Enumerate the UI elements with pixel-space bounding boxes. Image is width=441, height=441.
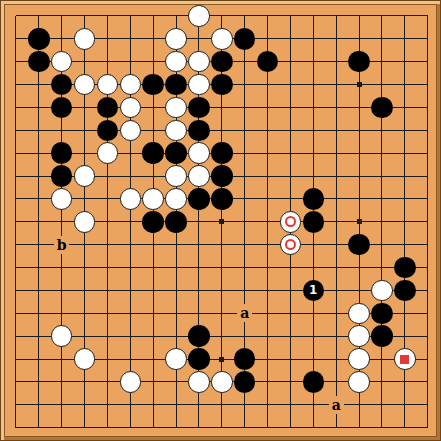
board-point[interactable] (416, 302, 439, 325)
board-point[interactable] (371, 50, 394, 73)
board-point[interactable] (27, 256, 50, 279)
board-point[interactable] (279, 393, 302, 416)
board-point[interactable] (279, 27, 302, 50)
board-point[interactable] (73, 165, 96, 188)
board-point[interactable] (5, 50, 28, 73)
board-point[interactable] (416, 279, 439, 302)
board-point[interactable] (371, 393, 394, 416)
board-point[interactable] (119, 210, 142, 233)
board-point[interactable] (96, 348, 119, 371)
board-point[interactable] (142, 348, 165, 371)
board-point[interactable] (348, 348, 371, 371)
board-point[interactable] (50, 348, 73, 371)
board-point[interactable] (393, 142, 416, 165)
board-point[interactable] (27, 279, 50, 302)
board-point[interactable] (256, 142, 279, 165)
board-point[interactable] (348, 416, 371, 439)
board-point[interactable] (119, 233, 142, 256)
board-point[interactable] (142, 73, 165, 96)
board-point[interactable] (119, 50, 142, 73)
board-point[interactable] (73, 142, 96, 165)
board-point[interactable] (233, 325, 256, 348)
board-point[interactable] (416, 256, 439, 279)
board-point[interactable] (393, 73, 416, 96)
board-point[interactable] (210, 325, 233, 348)
board-point[interactable] (5, 233, 28, 256)
board-point[interactable] (302, 371, 325, 394)
board-point[interactable] (27, 165, 50, 188)
board-point[interactable] (393, 233, 416, 256)
board-point[interactable] (50, 50, 73, 73)
board-point[interactable] (325, 279, 348, 302)
board-point[interactable] (119, 302, 142, 325)
board-point[interactable] (416, 233, 439, 256)
board-point[interactable] (142, 393, 165, 416)
board-point[interactable] (210, 96, 233, 119)
board-point[interactable] (119, 279, 142, 302)
board-point[interactable] (119, 348, 142, 371)
board-point[interactable] (325, 165, 348, 188)
board-point[interactable] (210, 188, 233, 211)
board-point[interactable] (233, 416, 256, 439)
board-point[interactable] (73, 393, 96, 416)
board-point[interactable] (348, 73, 371, 96)
board-point[interactable] (50, 371, 73, 394)
board-point[interactable] (302, 188, 325, 211)
board-point[interactable] (371, 188, 394, 211)
board-point[interactable] (302, 325, 325, 348)
board-point[interactable] (279, 50, 302, 73)
board-point[interactable] (50, 5, 73, 28)
board-point[interactable] (50, 325, 73, 348)
board-point[interactable] (233, 348, 256, 371)
board-point[interactable] (165, 302, 188, 325)
board-point[interactable] (233, 188, 256, 211)
board-point[interactable] (256, 210, 279, 233)
board-point[interactable] (96, 325, 119, 348)
board-point[interactable] (27, 96, 50, 119)
board-point[interactable] (302, 50, 325, 73)
board-point[interactable] (5, 325, 28, 348)
board-point[interactable] (27, 210, 50, 233)
board-point[interactable] (96, 233, 119, 256)
board-point[interactable] (50, 256, 73, 279)
board-point[interactable] (302, 302, 325, 325)
board-point[interactable] (256, 165, 279, 188)
board-point[interactable] (393, 256, 416, 279)
board-point[interactable] (96, 416, 119, 439)
board-point[interactable] (142, 371, 165, 394)
board-point[interactable] (393, 96, 416, 119)
board-point[interactable] (142, 233, 165, 256)
board-point[interactable] (302, 416, 325, 439)
board-point[interactable] (371, 416, 394, 439)
board-point[interactable] (325, 27, 348, 50)
board-point[interactable] (142, 416, 165, 439)
board-point[interactable] (371, 73, 394, 96)
board-point[interactable] (256, 119, 279, 142)
board-point[interactable] (73, 73, 96, 96)
board-point[interactable] (73, 233, 96, 256)
board-point[interactable] (371, 165, 394, 188)
board-point[interactable] (73, 96, 96, 119)
board-point[interactable] (96, 142, 119, 165)
board-point[interactable] (279, 119, 302, 142)
board-point[interactable] (96, 279, 119, 302)
board-point[interactable] (233, 256, 256, 279)
board-point[interactable] (27, 27, 50, 50)
board-point[interactable] (325, 233, 348, 256)
board-point[interactable] (233, 27, 256, 50)
board-point[interactable] (188, 233, 211, 256)
board-point[interactable] (210, 27, 233, 50)
board-point[interactable] (348, 188, 371, 211)
board-point[interactable] (188, 96, 211, 119)
board-point[interactable] (210, 73, 233, 96)
board-point[interactable] (73, 348, 96, 371)
board-point[interactable] (142, 27, 165, 50)
board-point[interactable] (165, 210, 188, 233)
board-point[interactable] (27, 119, 50, 142)
board-point[interactable] (165, 256, 188, 279)
board-point[interactable] (50, 119, 73, 142)
board-point[interactable] (393, 302, 416, 325)
board-point[interactable] (348, 371, 371, 394)
board-point[interactable] (165, 416, 188, 439)
board-point[interactable] (142, 50, 165, 73)
board-point[interactable] (256, 96, 279, 119)
board-point[interactable] (325, 256, 348, 279)
board-point[interactable] (119, 5, 142, 28)
board-point[interactable] (188, 119, 211, 142)
board-point[interactable] (348, 119, 371, 142)
board-point[interactable] (119, 416, 142, 439)
board-point[interactable] (302, 165, 325, 188)
board-point[interactable] (165, 5, 188, 28)
board-point[interactable] (279, 73, 302, 96)
board-point[interactable] (73, 302, 96, 325)
board-point[interactable] (210, 50, 233, 73)
board-point[interactable] (256, 393, 279, 416)
board-point[interactable] (233, 119, 256, 142)
board-point[interactable] (50, 210, 73, 233)
board-point[interactable] (371, 348, 394, 371)
board-point[interactable] (348, 393, 371, 416)
board-point[interactable] (256, 233, 279, 256)
board-point[interactable] (279, 233, 302, 256)
board-point[interactable] (96, 119, 119, 142)
board-point[interactable] (119, 371, 142, 394)
board-point[interactable] (371, 27, 394, 50)
board-point[interactable] (5, 348, 28, 371)
board-point[interactable] (50, 416, 73, 439)
board-point[interactable] (393, 119, 416, 142)
board-point[interactable] (50, 165, 73, 188)
board-point[interactable] (210, 5, 233, 28)
board-point[interactable] (96, 73, 119, 96)
board-point[interactable] (142, 279, 165, 302)
board-point[interactable] (142, 96, 165, 119)
board-point[interactable] (142, 256, 165, 279)
board-point[interactable] (5, 416, 28, 439)
board-point[interactable] (233, 5, 256, 28)
board-point[interactable] (233, 210, 256, 233)
board-point[interactable] (256, 325, 279, 348)
board-point[interactable] (325, 96, 348, 119)
board-point[interactable] (96, 188, 119, 211)
board-point[interactable] (371, 142, 394, 165)
board-point[interactable] (279, 210, 302, 233)
board-point[interactable] (188, 73, 211, 96)
board-point[interactable] (325, 50, 348, 73)
board-point[interactable] (188, 348, 211, 371)
board-point[interactable] (256, 50, 279, 73)
board-point[interactable] (416, 73, 439, 96)
board-point[interactable] (73, 188, 96, 211)
board-point[interactable] (302, 210, 325, 233)
board-point[interactable] (50, 302, 73, 325)
board-point[interactable] (371, 302, 394, 325)
board-point[interactable] (416, 325, 439, 348)
board-point[interactable] (325, 325, 348, 348)
board-point[interactable] (302, 233, 325, 256)
board-point[interactable] (27, 393, 50, 416)
board-point[interactable] (5, 302, 28, 325)
board-point[interactable] (325, 5, 348, 28)
board-point[interactable] (302, 27, 325, 50)
board-point[interactable] (50, 27, 73, 50)
board-point[interactable] (188, 371, 211, 394)
board-point[interactable] (371, 325, 394, 348)
board-point[interactable] (371, 279, 394, 302)
board-point[interactable] (73, 416, 96, 439)
board-point[interactable] (416, 188, 439, 211)
board-point[interactable] (27, 348, 50, 371)
board-point[interactable] (302, 142, 325, 165)
board-point[interactable] (165, 73, 188, 96)
board-point[interactable] (50, 96, 73, 119)
board-point[interactable] (73, 371, 96, 394)
board-point[interactable] (5, 165, 28, 188)
board-point[interactable] (393, 188, 416, 211)
board-point[interactable] (188, 5, 211, 28)
board-point[interactable] (233, 165, 256, 188)
board-point[interactable] (256, 73, 279, 96)
board-point[interactable]: 1 (302, 279, 325, 302)
board-point[interactable] (210, 165, 233, 188)
board-point[interactable] (119, 393, 142, 416)
board-point[interactable] (393, 416, 416, 439)
board-point[interactable] (256, 5, 279, 28)
board-point[interactable] (96, 302, 119, 325)
board-point[interactable] (279, 302, 302, 325)
board-point[interactable] (256, 371, 279, 394)
board-point[interactable] (348, 302, 371, 325)
board-point[interactable] (27, 142, 50, 165)
board-point[interactable] (210, 233, 233, 256)
board-point[interactable] (393, 393, 416, 416)
board-point[interactable] (165, 27, 188, 50)
board-point[interactable] (73, 256, 96, 279)
board-point[interactable] (233, 96, 256, 119)
board-point[interactable] (5, 393, 28, 416)
board-point[interactable] (165, 348, 188, 371)
board-point[interactable] (142, 188, 165, 211)
board-point[interactable] (96, 210, 119, 233)
board-point[interactable] (416, 5, 439, 28)
board-point[interactable] (348, 5, 371, 28)
board-point[interactable] (371, 5, 394, 28)
board-point[interactable] (165, 165, 188, 188)
board-point[interactable]: a (325, 393, 348, 416)
board-point[interactable] (348, 325, 371, 348)
board-point[interactable] (119, 188, 142, 211)
board-point[interactable] (416, 348, 439, 371)
board-point[interactable] (96, 5, 119, 28)
board-point[interactable] (393, 165, 416, 188)
board-point[interactable] (325, 210, 348, 233)
board-point[interactable] (50, 393, 73, 416)
board-point[interactable] (279, 348, 302, 371)
board-point[interactable] (210, 302, 233, 325)
board-point[interactable] (142, 210, 165, 233)
board-point[interactable] (371, 233, 394, 256)
board-point[interactable] (5, 142, 28, 165)
board-point[interactable] (142, 165, 165, 188)
board-point[interactable] (5, 27, 28, 50)
board-point[interactable] (325, 348, 348, 371)
board-point[interactable] (302, 73, 325, 96)
board-point[interactable] (5, 371, 28, 394)
board-point[interactable] (188, 142, 211, 165)
board-point[interactable] (279, 188, 302, 211)
board-point[interactable] (279, 416, 302, 439)
board-point[interactable] (256, 416, 279, 439)
board-point[interactable] (73, 119, 96, 142)
board-point[interactable] (27, 302, 50, 325)
board-point[interactable] (302, 96, 325, 119)
board-point[interactable] (5, 279, 28, 302)
board-point[interactable] (279, 96, 302, 119)
board-point[interactable] (371, 256, 394, 279)
board-point[interactable] (188, 165, 211, 188)
board-point[interactable] (27, 371, 50, 394)
board-point[interactable] (325, 371, 348, 394)
board-point[interactable] (73, 325, 96, 348)
board-point[interactable] (5, 210, 28, 233)
board-point[interactable] (188, 27, 211, 50)
board-point[interactable] (27, 325, 50, 348)
board-point[interactable] (27, 416, 50, 439)
board-point[interactable] (119, 142, 142, 165)
board-point[interactable] (233, 142, 256, 165)
board-point[interactable] (256, 348, 279, 371)
board-point[interactable] (73, 50, 96, 73)
board-point[interactable] (50, 279, 73, 302)
board-point[interactable] (165, 279, 188, 302)
board-point[interactable] (165, 50, 188, 73)
board-point[interactable] (325, 119, 348, 142)
board-point[interactable] (279, 371, 302, 394)
board-point[interactable] (27, 233, 50, 256)
board-point[interactable] (188, 416, 211, 439)
board-point[interactable] (188, 210, 211, 233)
board-point[interactable] (416, 142, 439, 165)
board-point[interactable] (73, 279, 96, 302)
board-point[interactable] (256, 27, 279, 50)
board-point[interactable] (210, 348, 233, 371)
board-point[interactable] (119, 325, 142, 348)
board-point[interactable] (393, 348, 416, 371)
board-point[interactable] (416, 27, 439, 50)
board-point[interactable] (50, 188, 73, 211)
board-point[interactable] (96, 393, 119, 416)
board-point[interactable] (96, 96, 119, 119)
board-point[interactable] (371, 119, 394, 142)
board-point[interactable] (302, 256, 325, 279)
board-point[interactable] (393, 5, 416, 28)
board-point[interactable] (27, 5, 50, 28)
board-point[interactable] (348, 96, 371, 119)
board-point[interactable] (416, 50, 439, 73)
board-point[interactable] (233, 371, 256, 394)
board-point[interactable] (165, 142, 188, 165)
board-point[interactable] (142, 325, 165, 348)
board-point[interactable] (279, 5, 302, 28)
board-point[interactable] (210, 210, 233, 233)
board-point[interactable] (210, 279, 233, 302)
board-point[interactable] (5, 96, 28, 119)
board-point[interactable] (5, 188, 28, 211)
board-point[interactable] (416, 393, 439, 416)
board-point[interactable] (348, 233, 371, 256)
board-point[interactable] (348, 210, 371, 233)
board-point[interactable] (256, 302, 279, 325)
board-point[interactable] (279, 142, 302, 165)
board-point[interactable] (233, 279, 256, 302)
board-point[interactable] (73, 5, 96, 28)
board-point[interactable]: a (233, 302, 256, 325)
board-point[interactable] (210, 393, 233, 416)
board-point[interactable]: b (50, 233, 73, 256)
board-point[interactable] (279, 325, 302, 348)
board-point[interactable] (393, 371, 416, 394)
board-point[interactable] (393, 325, 416, 348)
board-point[interactable] (302, 119, 325, 142)
board-point[interactable] (188, 188, 211, 211)
board-point[interactable] (416, 119, 439, 142)
board-point[interactable] (325, 188, 348, 211)
board-point[interactable] (302, 348, 325, 371)
board-point[interactable] (5, 256, 28, 279)
board-point[interactable] (165, 188, 188, 211)
board-point[interactable] (165, 393, 188, 416)
board-point[interactable] (188, 256, 211, 279)
board-point[interactable] (325, 416, 348, 439)
board-point[interactable] (119, 165, 142, 188)
board-point[interactable] (348, 142, 371, 165)
board-point[interactable] (27, 50, 50, 73)
board-point[interactable] (371, 96, 394, 119)
board-point[interactable] (165, 119, 188, 142)
board-point[interactable] (50, 142, 73, 165)
board-point[interactable] (348, 50, 371, 73)
board-point[interactable] (233, 50, 256, 73)
board-point[interactable] (416, 96, 439, 119)
board-point[interactable] (27, 188, 50, 211)
board-point[interactable] (142, 5, 165, 28)
board-point[interactable] (302, 393, 325, 416)
